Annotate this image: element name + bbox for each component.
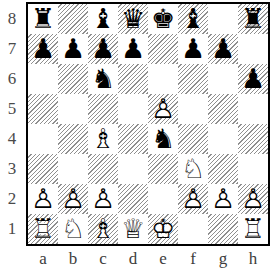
black-king: ♚	[148, 4, 178, 34]
black-pawn: ♟	[178, 34, 208, 64]
black-pawn: ♟	[118, 34, 148, 64]
square-e3[interactable]	[148, 154, 178, 184]
square-f2[interactable]: ♟♙	[178, 184, 208, 214]
white-king: ♚♔	[148, 214, 178, 244]
square-f8[interactable]: ♝	[178, 4, 208, 34]
square-a7[interactable]: ♟	[28, 34, 58, 64]
rank-label-5: 5	[0, 94, 24, 124]
square-g6[interactable]	[208, 64, 238, 94]
square-e8[interactable]: ♚	[148, 4, 178, 34]
square-h6[interactable]: ♟	[238, 64, 268, 94]
square-h4[interactable]	[238, 124, 268, 154]
white-knight: ♞♘	[58, 214, 88, 244]
square-g3[interactable]	[208, 154, 238, 184]
file-label-a: a	[28, 247, 58, 275]
square-a4[interactable]	[28, 124, 58, 154]
white-queen: ♛♕	[118, 214, 148, 244]
square-e2[interactable]	[148, 184, 178, 214]
square-e1[interactable]: ♚♔	[148, 214, 178, 244]
square-f4[interactable]	[178, 124, 208, 154]
square-h1[interactable]: ♜♖	[238, 214, 268, 244]
black-pawn: ♟	[208, 34, 238, 64]
square-e5[interactable]: ♟♙	[148, 94, 178, 124]
file-label-h: h	[238, 247, 268, 275]
board-grid: ♜♝♛♚♝♜♟♟♟♟♟♟♞♟♟♙♝♗♞♞♘♟♙♟♙♟♙♟♙♟♙♟♙♜♖♞♘♝♗♛…	[28, 4, 268, 244]
square-g2[interactable]: ♟♙	[208, 184, 238, 214]
white-pawn: ♟♙	[178, 184, 208, 214]
square-b8[interactable]	[58, 4, 88, 34]
square-b5[interactable]	[58, 94, 88, 124]
white-pawn: ♟♙	[88, 184, 118, 214]
rank-label-7: 7	[0, 34, 24, 64]
file-label-g: g	[208, 247, 238, 275]
square-h5[interactable]	[238, 94, 268, 124]
file-label-c: c	[88, 247, 118, 275]
black-rook: ♜	[238, 4, 268, 34]
square-b1[interactable]: ♞♘	[58, 214, 88, 244]
black-bishop: ♝	[88, 4, 118, 34]
square-h7[interactable]	[238, 34, 268, 64]
square-b7[interactable]: ♟	[58, 34, 88, 64]
rank-label-1: 1	[0, 214, 24, 244]
file-label-e: e	[148, 247, 178, 275]
square-c8[interactable]: ♝	[88, 4, 118, 34]
square-d2[interactable]	[118, 184, 148, 214]
square-d3[interactable]	[118, 154, 148, 184]
square-b6[interactable]	[58, 64, 88, 94]
square-g8[interactable]	[208, 4, 238, 34]
rank-label-8: 8	[0, 4, 24, 34]
chess-diagram: ♜♝♛♚♝♜♟♟♟♟♟♟♞♟♟♙♝♗♞♞♘♟♙♟♙♟♙♟♙♟♙♟♙♜♖♞♘♝♗♛…	[0, 0, 279, 276]
black-pawn: ♟	[238, 64, 268, 94]
square-c4[interactable]: ♝♗	[88, 124, 118, 154]
square-c5[interactable]	[88, 94, 118, 124]
white-rook: ♜♖	[28, 214, 58, 244]
white-pawn: ♟♙	[238, 184, 268, 214]
square-a3[interactable]	[28, 154, 58, 184]
square-d5[interactable]	[118, 94, 148, 124]
black-knight: ♞	[88, 64, 118, 94]
white-bishop: ♝♗	[88, 214, 118, 244]
square-a5[interactable]	[28, 94, 58, 124]
square-g4[interactable]	[208, 124, 238, 154]
square-e7[interactable]	[148, 34, 178, 64]
square-c3[interactable]	[88, 154, 118, 184]
white-rook: ♜♖	[238, 214, 268, 244]
square-d4[interactable]	[118, 124, 148, 154]
file-label-f: f	[178, 247, 208, 275]
rank-label-2: 2	[0, 184, 24, 214]
black-pawn: ♟	[58, 34, 88, 64]
square-a8[interactable]: ♜	[28, 4, 58, 34]
square-b2[interactable]: ♟♙	[58, 184, 88, 214]
white-knight: ♞♘	[178, 154, 208, 184]
square-f5[interactable]	[178, 94, 208, 124]
black-pawn: ♟	[28, 34, 58, 64]
square-f3[interactable]: ♞♘	[178, 154, 208, 184]
square-a2[interactable]: ♟♙	[28, 184, 58, 214]
square-g1[interactable]	[208, 214, 238, 244]
square-d7[interactable]: ♟	[118, 34, 148, 64]
square-c7[interactable]: ♟	[88, 34, 118, 64]
square-d6[interactable]	[118, 64, 148, 94]
square-h2[interactable]: ♟♙	[238, 184, 268, 214]
black-bishop: ♝	[178, 4, 208, 34]
chess-board: ♜♝♛♚♝♜♟♟♟♟♟♟♞♟♟♙♝♗♞♞♘♟♙♟♙♟♙♟♙♟♙♟♙♜♖♞♘♝♗♛…	[26, 2, 270, 246]
square-a6[interactable]	[28, 64, 58, 94]
rank-label-6: 6	[0, 64, 24, 94]
white-bishop: ♝♗	[88, 124, 118, 154]
square-h8[interactable]: ♜	[238, 4, 268, 34]
square-d8[interactable]: ♛	[118, 4, 148, 34]
file-label-d: d	[118, 247, 148, 275]
rank-label-3: 3	[0, 154, 24, 184]
square-c6[interactable]: ♞	[88, 64, 118, 94]
rank-label-4: 4	[0, 124, 24, 154]
black-knight: ♞	[148, 124, 178, 154]
square-f7[interactable]: ♟	[178, 34, 208, 64]
square-b4[interactable]	[58, 124, 88, 154]
square-g5[interactable]	[208, 94, 238, 124]
square-f6[interactable]	[178, 64, 208, 94]
square-c2[interactable]: ♟♙	[88, 184, 118, 214]
white-pawn: ♟♙	[148, 94, 178, 124]
white-pawn: ♟♙	[28, 184, 58, 214]
square-b3[interactable]	[58, 154, 88, 184]
black-pawn: ♟	[88, 34, 118, 64]
square-e4[interactable]: ♞	[148, 124, 178, 154]
file-label-b: b	[58, 247, 88, 275]
square-e6[interactable]	[148, 64, 178, 94]
square-h3[interactable]	[238, 154, 268, 184]
white-pawn: ♟♙	[208, 184, 238, 214]
black-queen: ♛	[118, 4, 148, 34]
square-a1[interactable]: ♜♖	[28, 214, 58, 244]
black-rook: ♜	[28, 4, 58, 34]
square-c1[interactable]: ♝♗	[88, 214, 118, 244]
square-g7[interactable]: ♟	[208, 34, 238, 64]
square-d1[interactable]: ♛♕	[118, 214, 148, 244]
square-f1[interactable]	[178, 214, 208, 244]
white-pawn: ♟♙	[58, 184, 88, 214]
